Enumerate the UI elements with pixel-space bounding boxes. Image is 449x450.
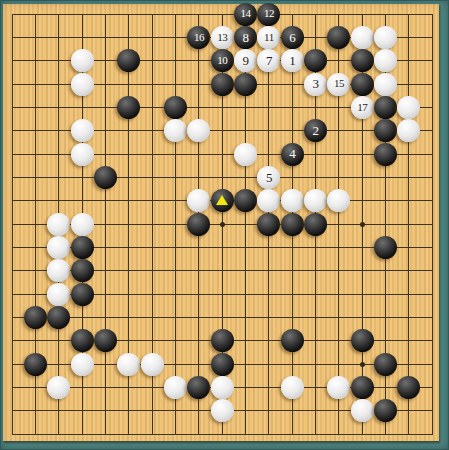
- black-stone[interactable]: 14: [234, 3, 257, 26]
- move-number-label: 15: [334, 78, 344, 90]
- black-stone[interactable]: [257, 213, 280, 236]
- black-stone[interactable]: [234, 73, 257, 96]
- move-number-label: 4: [289, 147, 295, 161]
- white-stone[interactable]: [71, 49, 94, 72]
- white-stone[interactable]: 15: [327, 73, 350, 96]
- white-stone[interactable]: [304, 189, 327, 212]
- black-stone[interactable]: [211, 353, 234, 376]
- black-stone[interactable]: 8: [234, 26, 257, 49]
- white-stone[interactable]: [397, 96, 420, 119]
- white-stone[interactable]: [211, 376, 234, 399]
- move-number-label: 13: [217, 32, 227, 44]
- move-number-label: 8: [243, 31, 249, 45]
- move-number-label: 17: [357, 102, 367, 114]
- stones-layer: 1412161381161097131517245: [1, 3, 444, 446]
- black-stone[interactable]: [351, 376, 374, 399]
- black-stone[interactable]: [374, 399, 397, 422]
- white-stone[interactable]: [187, 189, 210, 212]
- black-stone[interactable]: [374, 96, 397, 119]
- black-stone[interactable]: [351, 329, 374, 352]
- black-stone[interactable]: [281, 329, 304, 352]
- white-stone[interactable]: 7: [257, 49, 280, 72]
- white-stone[interactable]: 17: [351, 96, 374, 119]
- black-stone[interactable]: [374, 236, 397, 259]
- move-number-label: 12: [264, 8, 274, 20]
- white-stone[interactable]: [71, 73, 94, 96]
- white-stone[interactable]: [374, 26, 397, 49]
- white-stone[interactable]: [187, 119, 210, 142]
- move-number-label: 2: [313, 124, 319, 138]
- black-stone[interactable]: [374, 143, 397, 166]
- white-stone[interactable]: [351, 26, 374, 49]
- move-number-label: 6: [289, 31, 295, 45]
- move-number-label: 9: [243, 54, 249, 68]
- move-number-label: 3: [313, 77, 319, 91]
- black-stone[interactable]: [24, 353, 47, 376]
- white-stone[interactable]: [117, 353, 140, 376]
- white-stone[interactable]: [281, 189, 304, 212]
- move-number-label: 10: [217, 55, 227, 67]
- white-stone[interactable]: [47, 376, 70, 399]
- go-board[interactable]: 1412161381161097131517245: [3, 4, 439, 441]
- white-stone[interactable]: [71, 213, 94, 236]
- white-stone[interactable]: [327, 376, 350, 399]
- move-number-label: 5: [266, 171, 272, 185]
- black-stone[interactable]: [304, 213, 327, 236]
- white-stone[interactable]: 13: [211, 26, 234, 49]
- white-stone[interactable]: [141, 353, 164, 376]
- black-stone[interactable]: [397, 376, 420, 399]
- white-stone[interactable]: [211, 399, 234, 422]
- black-stone[interactable]: 6: [281, 26, 304, 49]
- white-stone[interactable]: [257, 189, 280, 212]
- black-stone[interactable]: [234, 189, 257, 212]
- white-stone[interactable]: 3: [304, 73, 327, 96]
- black-stone[interactable]: 2: [304, 119, 327, 142]
- black-stone[interactable]: [351, 73, 374, 96]
- black-stone[interactable]: [117, 96, 140, 119]
- black-stone[interactable]: [374, 119, 397, 142]
- white-stone[interactable]: 1: [281, 49, 304, 72]
- white-stone[interactable]: [71, 119, 94, 142]
- white-stone[interactable]: 5: [257, 166, 280, 189]
- black-stone[interactable]: 10: [211, 49, 234, 72]
- white-stone[interactable]: [374, 49, 397, 72]
- white-stone[interactable]: 9: [234, 49, 257, 72]
- white-stone[interactable]: [281, 376, 304, 399]
- black-stone[interactable]: [374, 353, 397, 376]
- black-stone[interactable]: [304, 49, 327, 72]
- black-stone[interactable]: 16: [187, 26, 210, 49]
- white-stone[interactable]: [47, 213, 70, 236]
- black-stone[interactable]: [211, 73, 234, 96]
- white-stone[interactable]: [397, 119, 420, 142]
- black-stone[interactable]: [281, 213, 304, 236]
- white-stone[interactable]: [327, 189, 350, 212]
- black-stone[interactable]: [24, 306, 47, 329]
- black-stone[interactable]: [71, 236, 94, 259]
- black-stone[interactable]: [211, 189, 234, 212]
- move-number-label: 7: [266, 54, 272, 68]
- black-stone[interactable]: [94, 329, 117, 352]
- white-stone[interactable]: [71, 353, 94, 376]
- move-number-label: 1: [289, 54, 295, 68]
- white-stone[interactable]: [374, 73, 397, 96]
- white-stone[interactable]: [351, 399, 374, 422]
- white-stone[interactable]: [164, 376, 187, 399]
- black-stone[interactable]: [351, 49, 374, 72]
- move-number-label: 16: [194, 32, 204, 44]
- black-stone[interactable]: [117, 49, 140, 72]
- black-stone[interactable]: [47, 306, 70, 329]
- white-stone[interactable]: [47, 283, 70, 306]
- move-number-label: 11: [264, 32, 274, 44]
- black-stone[interactable]: [164, 96, 187, 119]
- white-stone[interactable]: [234, 143, 257, 166]
- black-stone[interactable]: [327, 26, 350, 49]
- black-stone[interactable]: 12: [257, 3, 280, 26]
- black-stone[interactable]: [187, 213, 210, 236]
- triangle-marker: [216, 195, 228, 205]
- black-stone[interactable]: [211, 329, 234, 352]
- white-stone[interactable]: [71, 143, 94, 166]
- move-number-label: 14: [241, 8, 251, 20]
- white-stone[interactable]: [47, 236, 70, 259]
- white-stone[interactable]: [47, 259, 70, 282]
- black-stone[interactable]: [187, 376, 210, 399]
- white-stone[interactable]: 11: [257, 26, 280, 49]
- white-stone[interactable]: [164, 119, 187, 142]
- black-stone[interactable]: [71, 259, 94, 282]
- black-stone[interactable]: [71, 329, 94, 352]
- black-stone[interactable]: [94, 166, 117, 189]
- black-stone[interactable]: [71, 283, 94, 306]
- black-stone[interactable]: 4: [281, 143, 304, 166]
